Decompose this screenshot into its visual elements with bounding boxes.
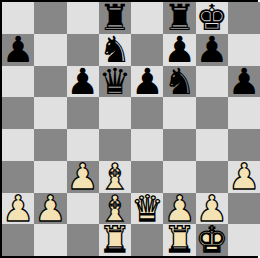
- square-c5[interactable]: [67, 97, 99, 129]
- square-g6[interactable]: [196, 66, 228, 98]
- square-g4[interactable]: [196, 129, 228, 161]
- square-b1[interactable]: [34, 224, 66, 256]
- square-h5[interactable]: [228, 97, 260, 129]
- square-e2[interactable]: ♛: [131, 193, 163, 225]
- square-g7[interactable]: ♟: [196, 34, 228, 66]
- square-e8[interactable]: [131, 2, 163, 34]
- square-b8[interactable]: [34, 2, 66, 34]
- square-f6[interactable]: ♞: [163, 66, 195, 98]
- square-b6[interactable]: [34, 66, 66, 98]
- black-pawn-c6[interactable]: ♟: [67, 66, 99, 98]
- black-pawn-g7[interactable]: ♟: [196, 34, 228, 66]
- square-b2[interactable]: ♟: [34, 193, 66, 225]
- square-h1[interactable]: [228, 224, 260, 256]
- black-pawn-h6[interactable]: ♟: [228, 66, 260, 98]
- square-f4[interactable]: [163, 129, 195, 161]
- square-d6[interactable]: ♛: [99, 66, 131, 98]
- square-a6[interactable]: [2, 66, 34, 98]
- black-pawn-a7[interactable]: ♟: [2, 34, 34, 66]
- square-h2[interactable]: [228, 193, 260, 225]
- square-b5[interactable]: [34, 97, 66, 129]
- square-c3[interactable]: ♟: [67, 161, 99, 193]
- square-e1[interactable]: [131, 224, 163, 256]
- square-b7[interactable]: [34, 34, 66, 66]
- square-a7[interactable]: ♟: [2, 34, 34, 66]
- square-e6[interactable]: ♟: [131, 66, 163, 98]
- chess-board: ♜♜♚♟♞♟♟♟♛♟♞♟♟♝♟♟♟♝♛♟♟♜♜♚: [2, 2, 256, 256]
- black-pawn-e6[interactable]: ♟: [131, 66, 163, 98]
- square-h3[interactable]: ♟: [228, 161, 260, 193]
- square-c1[interactable]: [67, 224, 99, 256]
- white-pawn-b2[interactable]: ♟: [34, 193, 66, 225]
- square-b4[interactable]: [34, 129, 66, 161]
- square-d5[interactable]: [99, 97, 131, 129]
- square-a5[interactable]: [2, 97, 34, 129]
- square-g1[interactable]: ♚: [196, 224, 228, 256]
- square-h6[interactable]: ♟: [228, 66, 260, 98]
- square-d1[interactable]: ♜: [99, 224, 131, 256]
- white-rook-d1[interactable]: ♜: [99, 224, 131, 256]
- square-e4[interactable]: [131, 129, 163, 161]
- white-king-g1[interactable]: ♚: [196, 224, 228, 256]
- white-pawn-h3[interactable]: ♟: [228, 161, 260, 193]
- square-h8[interactable]: [228, 2, 260, 34]
- square-c2[interactable]: [67, 193, 99, 225]
- square-c8[interactable]: [67, 2, 99, 34]
- square-c6[interactable]: ♟: [67, 66, 99, 98]
- square-e5[interactable]: [131, 97, 163, 129]
- white-rook-f1[interactable]: ♜: [163, 224, 195, 256]
- white-queen-e2[interactable]: ♛: [131, 193, 163, 225]
- white-pawn-a2[interactable]: ♟: [2, 193, 34, 225]
- square-a4[interactable]: [2, 129, 34, 161]
- black-knight-f6[interactable]: ♞: [163, 66, 195, 98]
- square-a1[interactable]: [2, 224, 34, 256]
- white-pawn-c3[interactable]: ♟: [67, 161, 99, 193]
- square-a2[interactable]: ♟: [2, 193, 34, 225]
- square-f5[interactable]: [163, 97, 195, 129]
- square-g5[interactable]: [196, 97, 228, 129]
- chess-board-frame: ♜♜♚♟♞♟♟♟♛♟♞♟♟♝♟♟♟♝♛♟♟♜♜♚: [0, 0, 258, 258]
- black-queen-d6[interactable]: ♛: [99, 66, 131, 98]
- square-f1[interactable]: ♜: [163, 224, 195, 256]
